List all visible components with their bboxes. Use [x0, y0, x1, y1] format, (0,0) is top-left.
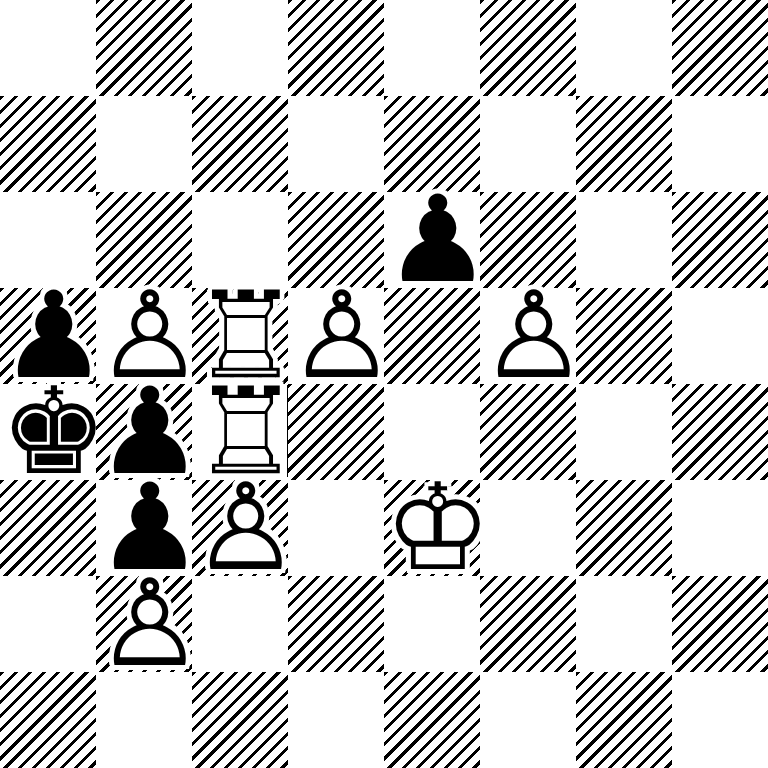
- square-e2[interactable]: [384, 576, 480, 672]
- square-h6[interactable]: [672, 192, 768, 288]
- square-c3[interactable]: ♟♙: [192, 480, 288, 576]
- white-king[interactable]: ♚♔: [384, 480, 480, 576]
- square-d1[interactable]: [288, 672, 384, 768]
- square-b2[interactable]: ♟♙: [96, 576, 192, 672]
- square-c7[interactable]: [192, 96, 288, 192]
- square-g1[interactable]: [576, 672, 672, 768]
- square-d4[interactable]: [288, 384, 384, 480]
- square-b7[interactable]: [96, 96, 192, 192]
- square-g6[interactable]: [576, 192, 672, 288]
- square-f1[interactable]: [480, 672, 576, 768]
- square-h3[interactable]: [672, 480, 768, 576]
- white-pawn-icon: ♙: [288, 288, 396, 384]
- square-a3[interactable]: [0, 480, 96, 576]
- square-h2[interactable]: [672, 576, 768, 672]
- black-king-icon: ♚: [0, 384, 108, 480]
- square-d5[interactable]: ♟♙: [288, 288, 384, 384]
- square-e8[interactable]: [384, 0, 480, 96]
- black-pawn[interactable]: ♟♟: [384, 192, 480, 288]
- square-c2[interactable]: [192, 576, 288, 672]
- square-e6[interactable]: ♟♟: [384, 192, 480, 288]
- white-pawn[interactable]: ♟♙: [96, 576, 192, 672]
- square-e5[interactable]: [384, 288, 480, 384]
- white-pawn-icon: ♙: [96, 576, 204, 672]
- square-h8[interactable]: [672, 0, 768, 96]
- white-pawn[interactable]: ♟♙: [288, 288, 384, 384]
- white-king-icon: ♔: [384, 480, 492, 576]
- square-c1[interactable]: [192, 672, 288, 768]
- stray-line-artifact: [287, 385, 288, 477]
- square-b1[interactable]: [96, 672, 192, 768]
- square-h7[interactable]: [672, 96, 768, 192]
- square-h4[interactable]: [672, 384, 768, 480]
- black-pawn-icon: ♟: [384, 192, 492, 288]
- square-d3[interactable]: [288, 480, 384, 576]
- square-f5[interactable]: ♟♙: [480, 288, 576, 384]
- square-e1[interactable]: [384, 672, 480, 768]
- square-d8[interactable]: [288, 0, 384, 96]
- square-c8[interactable]: [192, 0, 288, 96]
- white-pawn[interactable]: ♟♙: [192, 480, 288, 576]
- square-g3[interactable]: [576, 480, 672, 576]
- square-h5[interactable]: [672, 288, 768, 384]
- square-e3[interactable]: ♚♔: [384, 480, 480, 576]
- square-f7[interactable]: [480, 96, 576, 192]
- square-a7[interactable]: [0, 96, 96, 192]
- square-g4[interactable]: [576, 384, 672, 480]
- square-g8[interactable]: [576, 0, 672, 96]
- square-h1[interactable]: [672, 672, 768, 768]
- square-d7[interactable]: [288, 96, 384, 192]
- square-g2[interactable]: [576, 576, 672, 672]
- square-a1[interactable]: [0, 672, 96, 768]
- square-f3[interactable]: [480, 480, 576, 576]
- chess-board: ♟♟♟♟♟♙♜♖♟♙♟♙♚♚♟♟♜♖♟♟♟♙♚♔♟♙: [0, 0, 768, 768]
- square-f2[interactable]: [480, 576, 576, 672]
- white-pawn[interactable]: ♟♙: [480, 288, 576, 384]
- square-a2[interactable]: [0, 576, 96, 672]
- black-king[interactable]: ♚♚: [0, 384, 96, 480]
- square-g5[interactable]: [576, 288, 672, 384]
- square-a4[interactable]: ♚♚: [0, 384, 96, 480]
- white-pawn-icon: ♙: [480, 288, 588, 384]
- square-f8[interactable]: [480, 0, 576, 96]
- square-f4[interactable]: [480, 384, 576, 480]
- square-a8[interactable]: [0, 0, 96, 96]
- square-b8[interactable]: [96, 0, 192, 96]
- chess-board-diagram: ♟♟♟♟♟♙♜♖♟♙♟♙♚♚♟♟♜♖♟♟♟♙♚♔♟♙: [0, 0, 768, 768]
- square-g7[interactable]: [576, 96, 672, 192]
- square-d2[interactable]: [288, 576, 384, 672]
- white-pawn-icon: ♙: [192, 480, 300, 576]
